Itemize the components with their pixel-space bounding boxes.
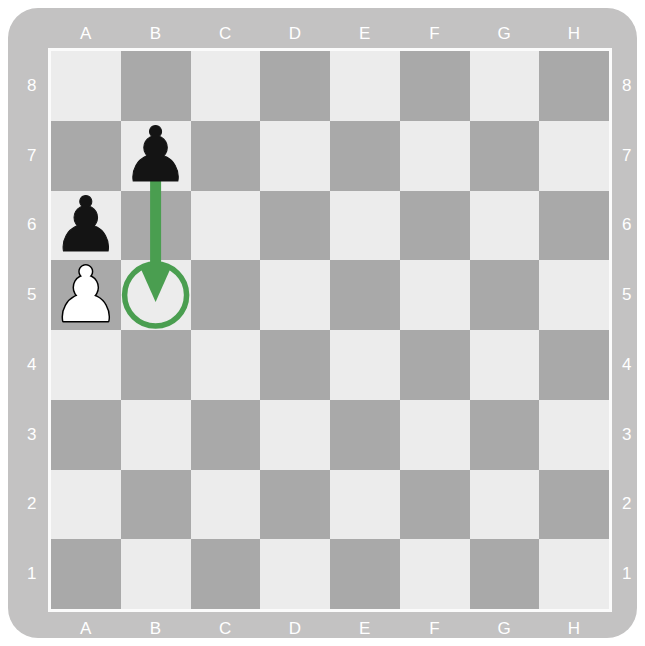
square-a8[interactable] [51,51,121,121]
file-label-top-e: E [330,16,400,51]
square-g3[interactable] [470,400,540,470]
rank-label-right-3: 3 [609,400,645,470]
rank-labels-left: 87654321 [16,51,48,609]
square-d3[interactable] [260,400,330,470]
square-b5[interactable] [121,260,191,330]
rank-label-right-8: 8 [609,51,645,121]
square-h6[interactable] [539,191,609,261]
square-f7[interactable] [400,121,470,191]
square-b1[interactable] [121,539,191,609]
square-c4[interactable] [191,330,261,400]
square-d7[interactable] [260,121,330,191]
square-c8[interactable] [191,51,261,121]
file-label-bottom-e: E [330,611,400,646]
square-g5[interactable] [470,260,540,330]
file-labels-bottom: ABCDEFGH [51,611,609,646]
square-d2[interactable] [260,470,330,540]
square-d8[interactable] [260,51,330,121]
rank-label-right-2: 2 [609,470,645,540]
square-f4[interactable] [400,330,470,400]
square-b8[interactable] [121,51,191,121]
file-label-bottom-f: F [400,611,470,646]
file-labels-top: ABCDEFGH [51,16,609,51]
square-f3[interactable] [400,400,470,470]
file-label-top-a: A [51,16,121,51]
rank-label-left-5: 5 [16,260,48,330]
square-e4[interactable] [330,330,400,400]
square-f5[interactable] [400,260,470,330]
square-a2[interactable] [51,470,121,540]
square-h4[interactable] [539,330,609,400]
square-b4[interactable] [121,330,191,400]
square-b7[interactable] [121,121,191,191]
square-e6[interactable] [330,191,400,261]
square-h1[interactable] [539,539,609,609]
square-c7[interactable] [191,121,261,191]
square-c3[interactable] [191,400,261,470]
square-d5[interactable] [260,260,330,330]
file-label-top-d: D [260,16,330,51]
square-g4[interactable] [470,330,540,400]
square-a4[interactable] [51,330,121,400]
square-a3[interactable] [51,400,121,470]
square-a5[interactable] [51,260,121,330]
square-f6[interactable] [400,191,470,261]
board-frame: ABCDEFGH ABCDEFGH 87654321 87654321 ♟ ♟ … [8,8,637,638]
file-label-top-f: F [400,16,470,51]
file-label-bottom-h: H [539,611,609,646]
square-h3[interactable] [539,400,609,470]
file-label-top-c: C [191,16,261,51]
file-label-top-g: G [470,16,540,51]
square-b6[interactable] [121,191,191,261]
square-g8[interactable] [470,51,540,121]
square-f8[interactable] [400,51,470,121]
square-a6[interactable] [51,191,121,261]
rank-label-left-7: 7 [16,121,48,191]
square-b2[interactable] [121,470,191,540]
rank-labels-right: 87654321 [609,51,645,609]
square-h2[interactable] [539,470,609,540]
square-f2[interactable] [400,470,470,540]
file-label-bottom-d: D [260,611,330,646]
square-d6[interactable] [260,191,330,261]
square-c6[interactable] [191,191,261,261]
square-g6[interactable] [470,191,540,261]
chess-board [48,48,612,612]
square-c2[interactable] [191,470,261,540]
square-e7[interactable] [330,121,400,191]
rank-label-right-4: 4 [609,330,645,400]
rank-label-left-4: 4 [16,330,48,400]
square-e2[interactable] [330,470,400,540]
square-c1[interactable] [191,539,261,609]
rank-label-right-7: 7 [609,121,645,191]
rank-label-left-3: 3 [16,400,48,470]
square-e1[interactable] [330,539,400,609]
rank-label-left-8: 8 [16,51,48,121]
file-label-top-b: B [121,16,191,51]
rank-label-left-2: 2 [16,470,48,540]
square-b3[interactable] [121,400,191,470]
square-a7[interactable] [51,121,121,191]
rank-label-left-6: 6 [16,191,48,261]
square-g7[interactable] [470,121,540,191]
square-h8[interactable] [539,51,609,121]
file-label-bottom-a: A [51,611,121,646]
file-label-bottom-g: G [470,611,540,646]
square-e8[interactable] [330,51,400,121]
square-g1[interactable] [470,539,540,609]
square-d4[interactable] [260,330,330,400]
rank-label-left-1: 1 [16,539,48,609]
square-e3[interactable] [330,400,400,470]
file-label-top-h: H [539,16,609,51]
rank-label-right-5: 5 [609,260,645,330]
square-f1[interactable] [400,539,470,609]
square-h7[interactable] [539,121,609,191]
square-a1[interactable] [51,539,121,609]
rank-label-right-1: 1 [609,539,645,609]
square-e5[interactable] [330,260,400,330]
rank-label-right-6: 6 [609,191,645,261]
square-d1[interactable] [260,539,330,609]
square-c5[interactable] [191,260,261,330]
square-g2[interactable] [470,470,540,540]
file-label-bottom-b: B [121,611,191,646]
square-h5[interactable] [539,260,609,330]
file-label-bottom-c: C [191,611,261,646]
